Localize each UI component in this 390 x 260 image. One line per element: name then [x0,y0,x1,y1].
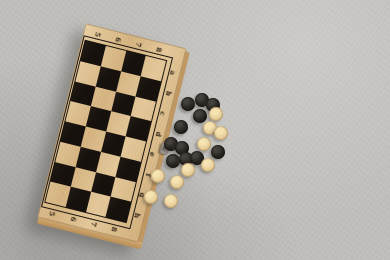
folding-chessboard: 56785678abcdefgh [37,23,186,242]
coord-label-right: h [133,212,141,219]
coord-label-top: 5 [93,31,101,37]
black-checker-piece[interactable] [211,145,225,159]
light-checker-piece[interactable] [170,175,184,189]
coord-label-top: 7 [134,41,142,47]
coord-label-bottom: 6 [69,215,77,221]
coord-label-right: c [159,110,167,116]
coord-label-top: 8 [155,46,163,52]
light-checker-piece[interactable] [151,169,165,183]
coord-label-right: a [169,69,177,75]
light-checker-piece[interactable] [201,158,215,172]
coord-label-bottom: 7 [90,221,98,227]
coord-label-bottom: 8 [110,226,118,232]
light-checker-piece[interactable] [214,126,228,140]
light-checker-piece[interactable] [164,194,178,208]
black-checker-piece[interactable] [193,109,207,123]
black-checker-piece[interactable] [174,120,188,134]
board-square[interactable] [106,197,131,222]
black-checker-piece[interactable] [181,97,195,111]
coord-label-right: d [154,130,162,136]
coord-label-right: e [149,151,157,157]
coord-label-bottom: 5 [48,210,56,216]
light-checker-piece[interactable] [197,137,211,151]
coord-label-right: b [164,90,172,96]
light-checker-piece[interactable] [144,190,158,204]
tabletop-scene: 56785678abcdefgh [0,0,390,260]
board-face: 56785678abcdefgh [37,23,186,242]
coord-label-top: 6 [114,36,122,42]
light-checker-piece[interactable] [209,107,223,121]
black-checker-piece[interactable] [166,154,180,168]
light-checker-piece[interactable] [181,163,195,177]
